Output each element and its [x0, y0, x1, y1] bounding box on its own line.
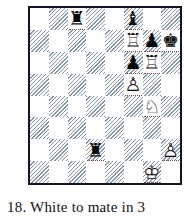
- square-b6: [49, 52, 68, 74]
- square-d2: ♜: [86, 139, 105, 161]
- piece-white-knight-icon: ♞♘: [143, 96, 162, 118]
- square-b7: [49, 30, 68, 52]
- square-a5: [30, 74, 49, 96]
- square-f1: [124, 161, 143, 183]
- square-a3: [30, 117, 49, 139]
- piece-white-king-icon: ♚♔: [143, 161, 162, 183]
- square-a1: [30, 161, 49, 183]
- piece-white-pawn-icon: ♟♙: [161, 139, 180, 161]
- square-f8: ♝: [124, 8, 143, 30]
- square-g1: ♚♔: [143, 161, 162, 183]
- square-d4: [86, 96, 105, 118]
- square-h2: ♟♙: [161, 139, 180, 161]
- square-e4: [105, 96, 124, 118]
- square-e2: [105, 139, 124, 161]
- square-c6: [68, 52, 87, 74]
- square-d7: [86, 30, 105, 52]
- square-d8: [86, 8, 105, 30]
- square-h7: ♚: [161, 30, 180, 52]
- square-e3: [105, 117, 124, 139]
- square-e8: [105, 8, 124, 30]
- square-f4: [124, 96, 143, 118]
- square-c5: [68, 74, 87, 96]
- square-a8: [30, 8, 49, 30]
- puzzle-caption: 18. White to mate in 3: [7, 199, 145, 216]
- square-h1: [161, 161, 180, 183]
- square-c7: [68, 30, 87, 52]
- square-a6: [30, 52, 49, 74]
- square-g8: [143, 8, 162, 30]
- square-a2: [30, 139, 49, 161]
- square-b2: [49, 139, 68, 161]
- piece-black-bishop-icon: ♝: [125, 9, 142, 28]
- square-e7: [105, 30, 124, 52]
- square-d6: [86, 52, 105, 74]
- square-h5: [161, 74, 180, 96]
- square-b5: [49, 74, 68, 96]
- chess-board: ♜♝♜♖♟♚♟♜♖♟♙♞♘♜♟♙♚♔: [28, 6, 182, 185]
- square-e6: [105, 52, 124, 74]
- square-f2: [124, 139, 143, 161]
- square-d5: [86, 74, 105, 96]
- square-f6: ♟: [124, 52, 143, 74]
- square-b8: [49, 8, 68, 30]
- square-e1: [105, 161, 124, 183]
- square-f7: ♜♖: [124, 30, 143, 52]
- piece-white-pawn-icon: ♟♙: [124, 74, 143, 96]
- square-c1: [68, 161, 87, 183]
- square-g6: ♜♖: [143, 52, 162, 74]
- square-g7: ♟: [143, 30, 162, 52]
- piece-black-pawn-icon: ♟: [125, 53, 142, 72]
- square-c4: [68, 96, 87, 118]
- square-c2: [68, 139, 87, 161]
- square-e5: [105, 74, 124, 96]
- square-c8: ♜: [68, 8, 87, 30]
- square-a4: [30, 96, 49, 118]
- square-h3: [161, 117, 180, 139]
- square-f5: ♟♙: [124, 74, 143, 96]
- square-h6: [161, 52, 180, 74]
- piece-black-pawn-icon: ♟: [143, 31, 160, 50]
- piece-white-rook-icon: ♜♖: [143, 52, 162, 74]
- square-b1: [49, 161, 68, 183]
- square-g3: [143, 117, 162, 139]
- square-b4: [49, 96, 68, 118]
- square-g2: [143, 139, 162, 161]
- piece-white-rook-icon: ♜♖: [124, 30, 143, 52]
- piece-black-king-icon: ♚: [162, 31, 179, 50]
- square-a7: [30, 30, 49, 52]
- piece-black-rook-icon: ♜: [87, 141, 104, 160]
- piece-black-rook-icon: ♜: [68, 9, 85, 28]
- square-h8: [161, 8, 180, 30]
- square-d1: [86, 161, 105, 183]
- square-f3: [124, 117, 143, 139]
- square-c3: [68, 117, 87, 139]
- square-b3: [49, 117, 68, 139]
- square-h4: [161, 96, 180, 118]
- square-d3: [86, 117, 105, 139]
- square-g5: [143, 74, 162, 96]
- square-g4: ♞♘: [143, 96, 162, 118]
